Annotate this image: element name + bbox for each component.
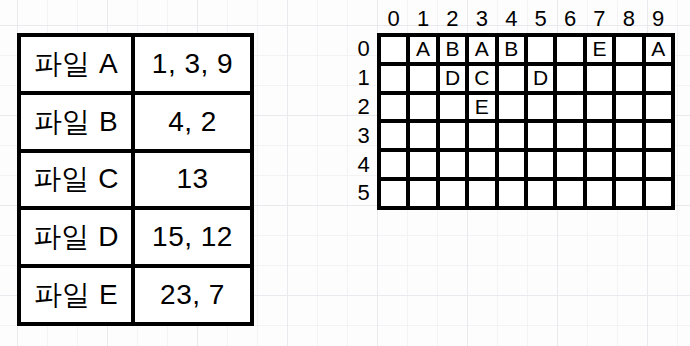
block-cell-r3c3 xyxy=(467,121,496,150)
block-cell-r4c8 xyxy=(614,150,643,179)
block-cell-r0c9: A xyxy=(644,35,673,64)
block-cell-r5c7 xyxy=(585,179,614,208)
column-index-labels: 0123456789 xyxy=(379,5,675,33)
col-label-7: 7 xyxy=(585,5,614,33)
block-cell-r1c2: D xyxy=(438,64,467,93)
block-cell-r1c0 xyxy=(379,64,408,93)
block-cell-r1c4 xyxy=(497,64,526,93)
block-cell-r1c1 xyxy=(408,64,437,93)
block-cell-r2c1 xyxy=(408,93,437,122)
col-label-6: 6 xyxy=(555,5,584,33)
file-table-label: 파일 D xyxy=(19,208,133,266)
block-cell-r4c3 xyxy=(467,150,496,179)
row-label-4: 4 xyxy=(350,150,377,179)
file-table-label: 파일 E xyxy=(19,266,133,324)
block-cell-r3c5 xyxy=(526,121,555,150)
block-cell-r4c7 xyxy=(585,150,614,179)
row-label-5: 5 xyxy=(350,179,377,208)
block-cell-r1c3: C xyxy=(467,64,496,93)
block-cell-r4c2 xyxy=(438,150,467,179)
block-cell-r4c1 xyxy=(408,150,437,179)
block-cell-r5c6 xyxy=(555,179,584,208)
block-cell-r1c8 xyxy=(614,64,643,93)
file-table-value: 15, 12 xyxy=(133,208,252,266)
block-cell-r3c2 xyxy=(438,121,467,150)
row-index-labels: 012345 xyxy=(350,33,377,210)
row-label-3: 3 xyxy=(350,121,377,150)
block-cell-r4c0 xyxy=(379,150,408,179)
block-cell-r1c7 xyxy=(585,64,614,93)
row-label-2: 2 xyxy=(350,93,377,122)
block-cell-r2c8 xyxy=(614,93,643,122)
block-cell-r0c6 xyxy=(555,35,584,64)
col-label-1: 1 xyxy=(408,5,437,33)
block-cell-r5c2 xyxy=(438,179,467,208)
block-cell-r0c3: A xyxy=(467,35,496,64)
block-cell-r3c4 xyxy=(497,121,526,150)
block-cell-r2c0 xyxy=(379,93,408,122)
block-grid: ABABEADCDE xyxy=(377,33,675,210)
file-table-label: 파일 B xyxy=(19,93,133,151)
block-cell-r4c9 xyxy=(644,150,673,179)
block-cell-r2c3: E xyxy=(467,93,496,122)
block-cell-r0c8 xyxy=(614,35,643,64)
col-label-5: 5 xyxy=(526,5,555,33)
col-label-8: 8 xyxy=(614,5,643,33)
block-allocation-diagram: 0123456789 012345 ABABEADCDE xyxy=(350,5,675,210)
file-table-label: 파일 C xyxy=(19,151,133,209)
block-cell-r0c7: E xyxy=(585,35,614,64)
col-label-0: 0 xyxy=(379,5,408,33)
file-table-value: 13 xyxy=(133,151,252,209)
col-label-4: 4 xyxy=(497,5,526,33)
row-label-0: 0 xyxy=(350,35,377,64)
block-cell-r2c7 xyxy=(585,93,614,122)
block-cell-r5c8 xyxy=(614,179,643,208)
block-cell-r3c7 xyxy=(585,121,614,150)
block-cell-r3c0 xyxy=(379,121,408,150)
block-cell-r2c5 xyxy=(526,93,555,122)
block-cell-r0c1: A xyxy=(408,35,437,64)
block-cell-r3c1 xyxy=(408,121,437,150)
block-cell-r2c6 xyxy=(555,93,584,122)
col-label-2: 2 xyxy=(438,5,467,33)
block-cell-r4c6 xyxy=(555,150,584,179)
col-label-9: 9 xyxy=(644,5,673,33)
block-cell-r0c0 xyxy=(379,35,408,64)
block-cell-r3c6 xyxy=(555,121,584,150)
file-table-value: 1, 3, 9 xyxy=(133,35,252,93)
file-table: 파일 A 1, 3, 9 파일 B 4, 2 파일 C 13 파일 D 15, … xyxy=(17,33,254,326)
block-cell-r2c2 xyxy=(438,93,467,122)
block-cell-r5c1 xyxy=(408,179,437,208)
block-cell-r1c9 xyxy=(644,64,673,93)
block-cell-r1c5: D xyxy=(526,64,555,93)
file-table-value: 23, 7 xyxy=(133,266,252,324)
row-label-1: 1 xyxy=(350,64,377,93)
file-table-value: 4, 2 xyxy=(133,93,252,151)
block-cell-r5c3 xyxy=(467,179,496,208)
block-cell-r5c4 xyxy=(497,179,526,208)
block-cell-r3c9 xyxy=(644,121,673,150)
block-cell-r2c9 xyxy=(644,93,673,122)
block-cell-r0c5 xyxy=(526,35,555,64)
block-cell-r5c9 xyxy=(644,179,673,208)
block-cell-r3c8 xyxy=(614,121,643,150)
col-label-3: 3 xyxy=(467,5,496,33)
block-cell-r0c2: B xyxy=(438,35,467,64)
block-cell-r5c0 xyxy=(379,179,408,208)
block-cell-r2c4 xyxy=(497,93,526,122)
block-cell-r4c5 xyxy=(526,150,555,179)
block-cell-r5c5 xyxy=(526,179,555,208)
block-cell-r4c4 xyxy=(497,150,526,179)
block-cell-r1c6 xyxy=(555,64,584,93)
block-cell-r0c4: B xyxy=(497,35,526,64)
file-table-label: 파일 A xyxy=(19,35,133,93)
